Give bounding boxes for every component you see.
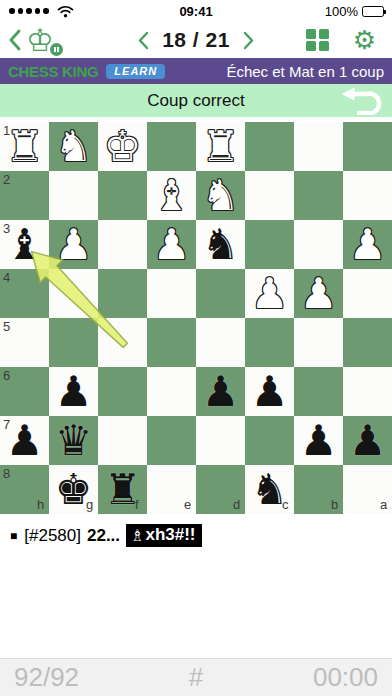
- piece-black-pawn[interactable]: ♟: [55, 367, 93, 416]
- status-time: 09:41: [0, 4, 392, 19]
- piece-black-pawn[interactable]: ♟: [349, 416, 387, 465]
- square-e1[interactable]: [147, 122, 196, 171]
- piece-black-queen[interactable]: ♛: [55, 416, 93, 465]
- piece-white-pawn[interactable]: ♟: [300, 269, 338, 318]
- square-e4[interactable]: [147, 269, 196, 318]
- piece-black-pawn[interactable]: ♟: [202, 367, 240, 416]
- square-b4[interactable]: ♟: [294, 269, 343, 318]
- square-c7[interactable]: [245, 416, 294, 465]
- square-a5[interactable]: [343, 318, 392, 367]
- square-h1[interactable]: ♜: [0, 122, 49, 171]
- move-notation-bar: ■ [#2580] 22... ♗ xh3#!!: [0, 514, 392, 557]
- square-b8[interactable]: [294, 465, 343, 514]
- brand-title: CHESS KING: [8, 63, 98, 80]
- square-b7[interactable]: ♟: [294, 416, 343, 465]
- square-d1[interactable]: ♜: [196, 122, 245, 171]
- square-e3[interactable]: ♟: [147, 220, 196, 269]
- square-a6[interactable]: [343, 367, 392, 416]
- piece-white-pawn[interactable]: ♟: [153, 220, 191, 269]
- timer: 00:00: [313, 662, 378, 693]
- square-g7[interactable]: ♛: [49, 416, 98, 465]
- square-c4[interactable]: ♟: [245, 269, 294, 318]
- piece-white-king[interactable]: ♚: [104, 122, 142, 171]
- square-f2[interactable]: [98, 171, 147, 220]
- square-h6[interactable]: [0, 367, 49, 416]
- square-d8[interactable]: [196, 465, 245, 514]
- square-h8[interactable]: [0, 465, 49, 514]
- square-g8[interactable]: ♚: [49, 465, 98, 514]
- square-e8[interactable]: [147, 465, 196, 514]
- square-h7[interactable]: ♟: [0, 416, 49, 465]
- square-a2[interactable]: [343, 171, 392, 220]
- course-subtitle: Échec et Mat en 1 coup: [226, 63, 384, 80]
- prev-puzzle-button[interactable]: [138, 31, 149, 50]
- hash-indicator: #: [189, 662, 203, 693]
- square-c8[interactable]: ♞: [245, 465, 294, 514]
- nav-bar: ♔ 18 / 21 ⚙: [0, 22, 392, 58]
- undo-arrow-icon[interactable]: [340, 87, 382, 115]
- square-g3[interactable]: ♟: [49, 220, 98, 269]
- square-c2[interactable]: [245, 171, 294, 220]
- square-e2[interactable]: ♝: [147, 171, 196, 220]
- square-d5[interactable]: [196, 318, 245, 367]
- square-a8[interactable]: [343, 465, 392, 514]
- piece-black-pawn[interactable]: ♟: [6, 416, 44, 465]
- square-b6[interactable]: [294, 367, 343, 416]
- chess-board: ♜♞♚♜♝♞♝♟♟♞♟♟♟♟♟♟♟♛♟♟♚♜♞ 12345678hgfedcba: [0, 122, 392, 514]
- square-f7[interactable]: [98, 416, 147, 465]
- piece-black-pawn[interactable]: ♟: [251, 367, 289, 416]
- next-puzzle-button[interactable]: [243, 31, 254, 50]
- square-g4[interactable]: [49, 269, 98, 318]
- square-e7[interactable]: [147, 416, 196, 465]
- square-h2[interactable]: [0, 171, 49, 220]
- square-c5[interactable]: [245, 318, 294, 367]
- square-c1[interactable]: [245, 122, 294, 171]
- piece-black-rook[interactable]: ♜: [104, 465, 142, 514]
- battery-icon: [362, 6, 384, 17]
- current-move-chip[interactable]: ♗ xh3#!!: [126, 524, 201, 547]
- piece-black-bishop[interactable]: ♝: [6, 220, 44, 269]
- square-a7[interactable]: ♟: [343, 416, 392, 465]
- square-b1[interactable]: [294, 122, 343, 171]
- bottom-bar: 92/92 # 00:00: [0, 658, 392, 696]
- square-b2[interactable]: [294, 171, 343, 220]
- square-f6[interactable]: [98, 367, 147, 416]
- square-e5[interactable]: [147, 318, 196, 367]
- square-d4[interactable]: [196, 269, 245, 318]
- learn-badge[interactable]: LEARN: [106, 64, 165, 79]
- piece-black-king[interactable]: ♚: [55, 465, 93, 514]
- square-c3[interactable]: [245, 220, 294, 269]
- piece-white-knight[interactable]: ♞: [202, 171, 240, 220]
- puzzle-id: [#2580]: [24, 526, 81, 546]
- feedback-bar: Coup correct: [0, 84, 392, 117]
- puzzle-counter: 18 / 21: [162, 28, 230, 52]
- square-h4[interactable]: [0, 269, 49, 318]
- square-g1[interactable]: ♞: [49, 122, 98, 171]
- bishop-piece-icon: ♗: [130, 526, 144, 545]
- move-number: 22...: [87, 526, 120, 546]
- square-f8[interactable]: ♜: [98, 465, 147, 514]
- square-f4[interactable]: [98, 269, 147, 318]
- square-a1[interactable]: [343, 122, 392, 171]
- black-to-move-marker: ■: [10, 529, 17, 543]
- square-d2[interactable]: ♞: [196, 171, 245, 220]
- square-h3[interactable]: ♝: [0, 220, 49, 269]
- status-bar: 09:41 100%: [0, 0, 392, 22]
- piece-black-pawn[interactable]: ♟: [300, 416, 338, 465]
- square-b5[interactable]: [294, 318, 343, 367]
- square-b3[interactable]: [294, 220, 343, 269]
- square-d7[interactable]: [196, 416, 245, 465]
- square-d3[interactable]: ♞: [196, 220, 245, 269]
- square-a4[interactable]: [343, 269, 392, 318]
- move-text: xh3#!!: [145, 525, 195, 545]
- square-f1[interactable]: ♚: [98, 122, 147, 171]
- progress-counter: 92/92: [14, 662, 79, 693]
- square-h5[interactable]: [0, 318, 49, 367]
- piece-white-pawn[interactable]: ♟: [349, 220, 387, 269]
- piece-white-rook[interactable]: ♜: [6, 122, 44, 171]
- piece-black-knight[interactable]: ♞: [202, 220, 240, 269]
- square-a3[interactable]: ♟: [343, 220, 392, 269]
- square-f5[interactable]: [98, 318, 147, 367]
- piece-white-pawn[interactable]: ♟: [251, 269, 289, 318]
- square-f3[interactable]: [98, 220, 147, 269]
- piece-white-bishop[interactable]: ♝: [153, 171, 191, 220]
- square-e6[interactable]: [147, 367, 196, 416]
- feedback-message: Coup correct: [147, 91, 244, 111]
- square-g2[interactable]: [49, 171, 98, 220]
- piece-white-knight[interactable]: ♞: [55, 122, 93, 171]
- piece-white-pawn[interactable]: ♟: [55, 220, 93, 269]
- square-d6[interactable]: ♟: [196, 367, 245, 416]
- piece-white-rook[interactable]: ♜: [202, 122, 240, 171]
- brand-bar: CHESS KING LEARN Échec et Mat en 1 coup: [0, 58, 392, 84]
- piece-black-knight[interactable]: ♞: [251, 465, 289, 514]
- square-g6[interactable]: ♟: [49, 367, 98, 416]
- square-c6[interactable]: ♟: [245, 367, 294, 416]
- square-g5[interactable]: [49, 318, 98, 367]
